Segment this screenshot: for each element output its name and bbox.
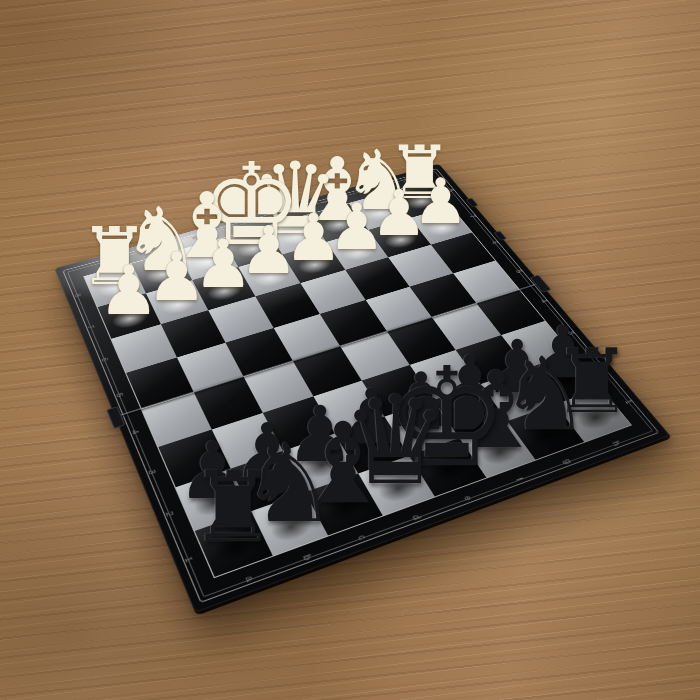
hinge-left-icon — [106, 406, 125, 429]
clasp-tab-icon — [494, 231, 507, 241]
board-frame: abcdefgh abcdefgh 87654321 87654321 — [54, 164, 670, 613]
chess-board: abcdefgh abcdefgh 87654321 87654321 — [108, 114, 572, 578]
chess-board-squares — [84, 181, 630, 577]
wood-table-background: abcdefgh abcdefgh 87654321 87654321 ♜♞♝♟… — [0, 0, 700, 700]
piece-shadow — [202, 523, 268, 572]
clasp-tab-icon — [466, 198, 478, 207]
